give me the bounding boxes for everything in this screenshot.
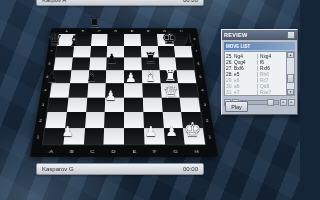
square-d3[interactable]: [105, 97, 124, 112]
file-label: A: [65, 30, 68, 33]
square-d7[interactable]: [107, 46, 124, 58]
square-c5[interactable]: [88, 70, 107, 83]
black-move[interactable]: f6: [257, 60, 286, 65]
square-b3[interactable]: [67, 97, 87, 112]
rank-label: 6: [197, 62, 200, 65]
bottom-player-bar: Kasparov G 00:00: [36, 163, 204, 175]
file-label: G: [173, 149, 178, 154]
white-move[interactable]: Ng4: [234, 54, 257, 59]
move-row[interactable]: 28.e5Rh6: [225, 71, 286, 77]
square-a4[interactable]: [50, 83, 70, 97]
square-f6[interactable]: [141, 57, 159, 70]
black-move[interactable]: Rc7: [257, 78, 286, 83]
panel-minimize-button[interactable]: ▫: [287, 31, 295, 39]
review-title: REVIEW: [224, 32, 248, 38]
file-label: C: [98, 30, 101, 33]
rank-label: 3: [42, 103, 45, 107]
rank-label: 6: [48, 62, 51, 65]
rank-label: 1: [36, 134, 39, 138]
square-c3[interactable]: [86, 97, 106, 112]
square-a1[interactable]: [43, 128, 65, 145]
square-d1[interactable]: [104, 128, 124, 145]
rank-label: 5: [199, 75, 202, 79]
square-a2[interactable]: [45, 112, 66, 128]
square-a6[interactable]: [54, 57, 73, 70]
scroll-thumb[interactable]: [287, 74, 294, 83]
scroll-down-button[interactable]: ▼: [287, 89, 294, 95]
square-g6[interactable]: [158, 57, 177, 70]
black-move[interactable]: Rh6: [257, 72, 286, 77]
rank-label: 8: [52, 38, 55, 41]
rank-label: 2: [39, 118, 42, 122]
square-e6[interactable]: [124, 57, 142, 70]
top-player-bar: Karpov A 00:00: [36, 0, 204, 6]
seek-slider-thumb[interactable]: [267, 99, 274, 106]
square-f1[interactable]: [144, 128, 165, 145]
white-move[interactable]: Qxg4: [234, 60, 257, 65]
square-h2[interactable]: [181, 112, 202, 128]
rank-label: 5: [46, 75, 49, 79]
square-c7[interactable]: [90, 46, 108, 58]
bottom-player-name: Kasparov G: [42, 166, 74, 172]
black-move[interactable]: Nxg4: [257, 54, 286, 59]
move-row[interactable]: 29.e6Rc7: [225, 77, 286, 83]
square-f5[interactable]: [142, 70, 161, 83]
square-d8[interactable]: [107, 34, 124, 45]
file-label: G: [163, 30, 166, 33]
square-h8[interactable]: [173, 34, 191, 45]
white-move[interactable]: Bxf6: [234, 66, 257, 71]
square-d6[interactable]: [106, 57, 124, 70]
file-label: D: [111, 149, 115, 154]
play-button[interactable]: Play: [225, 101, 248, 112]
move-row[interactable]: 31.e7Rxe7: [225, 90, 286, 96]
square-d5[interactable]: [106, 70, 124, 83]
file-label: E: [132, 149, 136, 154]
square-c6[interactable]: [89, 57, 107, 70]
move-list-header: MOVE LIST: [224, 42, 295, 50]
white-move[interactable]: e7: [234, 90, 257, 95]
square-h5[interactable]: [177, 70, 197, 83]
square-f8[interactable]: [140, 34, 157, 45]
rank-label: 3: [203, 103, 206, 107]
rank-label: 4: [44, 88, 47, 92]
square-e4[interactable]: [124, 83, 143, 97]
square-b4[interactable]: [68, 83, 88, 97]
white-move[interactable]: a6: [234, 84, 257, 89]
review-panel: REVIEW ▫ MOVE LIST 25.Ng4Nxg426.Qxg4f627…: [221, 29, 298, 115]
square-c2[interactable]: [85, 112, 105, 128]
white-move[interactable]: e5: [234, 72, 257, 77]
square-g3[interactable]: [161, 97, 181, 112]
file-label: H: [194, 149, 199, 154]
square-d2[interactable]: [104, 112, 124, 128]
square-f2[interactable]: [143, 112, 163, 128]
square-f4[interactable]: [142, 83, 161, 97]
square-c8[interactable]: [91, 34, 108, 45]
top-player-clock: 00:00: [183, 0, 198, 3]
square-h1[interactable]: [183, 128, 205, 145]
square-h4[interactable]: [178, 83, 198, 97]
rank-label: 1: [208, 134, 211, 138]
move-number: 28.: [225, 72, 234, 77]
square-c4[interactable]: [87, 83, 106, 97]
move-row[interactable]: 27.Bxf6Rxf6: [225, 65, 286, 71]
square-e7[interactable]: [124, 46, 141, 58]
square-b5[interactable]: [70, 70, 89, 83]
move-row[interactable]: 26.Qxg4f6: [225, 59, 286, 65]
move-list-scrollbar: ▲ ▼: [286, 52, 294, 95]
square-f7[interactable]: [141, 46, 159, 58]
file-label: E: [131, 30, 134, 33]
square-b1[interactable]: [63, 128, 85, 145]
top-player-name: Karpov A: [42, 0, 66, 3]
square-a3[interactable]: [48, 97, 69, 112]
bottom-player-clock: 00:00: [183, 166, 198, 172]
seek-forward-button[interactable]: ►: [280, 99, 287, 106]
square-e5[interactable]: [124, 70, 142, 83]
move-row[interactable]: 25.Ng4Nxg4: [225, 53, 286, 59]
square-b6[interactable]: [71, 57, 90, 70]
square-a5[interactable]: [52, 70, 72, 83]
move-number: 26.: [225, 60, 234, 65]
square-g8[interactable]: [157, 34, 175, 45]
black-move[interactable]: Rxe7: [257, 90, 286, 95]
square-f3[interactable]: [143, 97, 163, 112]
square-e2[interactable]: [124, 112, 144, 128]
square-b8[interactable]: [74, 34, 92, 45]
move-number: 27.: [225, 66, 234, 71]
square-h6[interactable]: [175, 57, 194, 70]
review-title-bar[interactable]: REVIEW ▫: [222, 30, 297, 40]
move-number: 31.: [225, 90, 234, 95]
square-b2[interactable]: [65, 112, 86, 128]
rank-label: 4: [201, 88, 204, 92]
square-d4[interactable]: [105, 83, 124, 97]
square-a8[interactable]: [57, 34, 75, 45]
file-label: D: [114, 30, 117, 33]
chess-board-3d: ABCDEFGH 87654321 87654321 ABCDEFGH: [30, 28, 218, 157]
move-row[interactable]: 30.a6Qd8: [225, 83, 286, 89]
move-rows: 25.Ng4Nxg426.Qxg4f627.Bxf6Rxf628.e5Rh629…: [225, 52, 286, 95]
white-move[interactable]: e6: [234, 78, 257, 83]
square-g4[interactable]: [160, 83, 180, 97]
square-g1[interactable]: [163, 128, 185, 145]
board-frame: ABCDEFGH 87654321 87654321 ABCDEFGH: [30, 28, 218, 157]
scroll-track[interactable]: [287, 58, 294, 89]
move-list: 25.Ng4Nxg426.Qxg4f627.Bxf6Rxf628.e5Rh629…: [224, 51, 295, 96]
move-list-title: MOVE LIST: [226, 44, 250, 49]
square-b7[interactable]: [73, 46, 91, 58]
rank-label: 8: [193, 38, 196, 41]
board-squares: [42, 34, 207, 146]
file-label: F: [153, 149, 157, 154]
square-h3[interactable]: [180, 97, 201, 112]
square-e3[interactable]: [124, 97, 143, 112]
square-a7[interactable]: [55, 46, 73, 58]
move-number: 29.: [225, 78, 234, 83]
square-g2[interactable]: [162, 112, 183, 128]
black-move[interactable]: Qd8: [257, 84, 286, 89]
rank-label: 2: [206, 118, 209, 122]
move-number: 30.: [225, 84, 234, 89]
rank-label: 7: [195, 49, 198, 52]
file-labels-bottom: ABCDEFGH: [40, 145, 208, 157]
file-label: B: [70, 149, 74, 154]
file-label: F: [147, 30, 150, 33]
black-move[interactable]: Rxf6: [257, 66, 286, 71]
square-c1[interactable]: [83, 128, 104, 145]
move-number: 25.: [225, 54, 234, 59]
square-h7[interactable]: [174, 46, 192, 58]
seek-end-button[interactable]: ►: [288, 99, 295, 106]
rank-label: 7: [50, 49, 53, 52]
square-e1[interactable]: [124, 128, 144, 145]
file-label: B: [81, 30, 84, 33]
square-g5[interactable]: [159, 70, 178, 83]
square-g7[interactable]: [157, 46, 175, 58]
file-label: C: [90, 149, 95, 154]
file-label: A: [49, 149, 54, 154]
square-e8[interactable]: [124, 34, 141, 45]
file-label: H: [180, 30, 183, 33]
